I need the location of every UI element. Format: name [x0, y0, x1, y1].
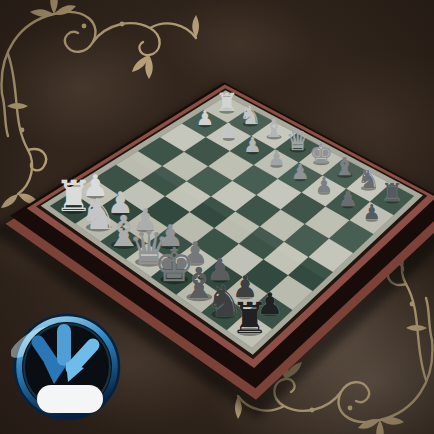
piece-bP: ♟ [315, 173, 333, 197]
piece-bN: ♞ [357, 165, 380, 194]
piece-bP: ♟ [339, 187, 357, 211]
piece-bP: ♟ [291, 160, 309, 184]
piece-bP: ♟ [220, 119, 238, 143]
app-icon-scene: ♜♞♝♛♚♝♞♜♟♟♟♟♟♟♟♟♟♟♟♟♟♟♟♟♜♞♝♛♚♝♞♜ [0, 0, 434, 434]
download-bar [37, 385, 103, 413]
piece-bR: ♜ [215, 88, 238, 117]
piece-bQ: ♛ [285, 125, 309, 156]
piece-bB: ♝ [334, 152, 357, 181]
piece-bP: ♟ [243, 133, 261, 157]
piece-bP: ♟ [363, 200, 381, 224]
piece-bR: ♜ [381, 178, 404, 207]
piece-bP: ♟ [196, 106, 214, 130]
piece-wR: ♜ [230, 293, 268, 343]
piece-bB: ♝ [263, 114, 286, 143]
piece-bN: ♞ [239, 101, 262, 130]
download-badge[interactable] [11, 311, 123, 423]
piece-bP: ♟ [267, 146, 285, 170]
piece-bK: ♚ [309, 138, 333, 169]
